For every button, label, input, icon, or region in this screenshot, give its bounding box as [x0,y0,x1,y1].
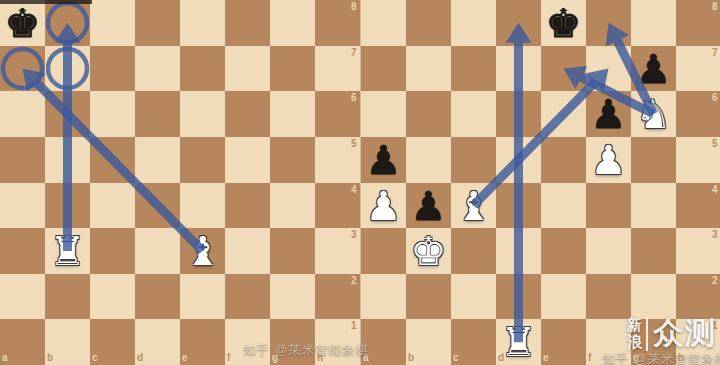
rank-label-5: 5 [712,138,718,149]
file-label-c: c [92,352,98,363]
square-f2[interactable] [586,274,631,320]
file-label-h: h [678,352,684,363]
rank-label-3: 3 [351,229,357,240]
square-d4[interactable] [135,183,180,229]
screenshot-page: abcdefgh87654321♚♜♝ abcdefgh87654321♚♟♟♞… [0,0,720,365]
square-c6[interactable] [90,91,135,137]
square-c2[interactable] [451,274,496,320]
square-a7[interactable] [0,46,45,92]
square-e2[interactable] [541,274,586,320]
square-c7[interactable] [451,46,496,92]
square-g5[interactable] [270,137,315,183]
square-e5[interactable] [541,137,586,183]
square-a2[interactable] [0,274,45,320]
square-f7[interactable] [225,46,270,92]
square-e6[interactable] [180,91,225,137]
square-d7[interactable] [496,46,541,92]
file-label-b: b [47,352,53,363]
square-a6[interactable] [361,91,406,137]
file-label-e: e [543,352,549,363]
square-f3[interactable] [225,228,270,274]
square-g6[interactable] [270,91,315,137]
file-label-b: b [408,352,414,363]
square-f7[interactable] [586,46,631,92]
file-label-g: g [272,352,278,363]
square-c6[interactable] [451,91,496,137]
square-f4[interactable] [225,183,270,229]
white-king-b3[interactable]: ♚ [406,228,451,274]
square-b7[interactable] [45,46,90,92]
square-c3[interactable] [451,228,496,274]
square-e7[interactable] [541,46,586,92]
rank-label-2: 2 [351,275,357,286]
square-b6[interactable] [45,91,90,137]
right-board[interactable]: abcdefgh87654321♚♟♟♞♟♟♟♟♝♚♜ [360,0,720,365]
square-a7[interactable] [361,46,406,92]
rank-label-7: 7 [351,47,357,58]
square-b7[interactable] [406,46,451,92]
rank-label-2: 2 [712,275,718,286]
white-bishop-c4[interactable]: ♝ [451,183,496,229]
file-label-g: g [633,352,639,363]
square-b6[interactable] [406,91,451,137]
square-e8[interactable] [180,0,225,46]
square-b4[interactable] [45,183,90,229]
rank-label-6: 6 [351,92,357,103]
black-pawn-g7[interactable]: ♟ [631,46,676,92]
square-c4[interactable] [90,183,135,229]
square-f5[interactable] [225,137,270,183]
square-g4[interactable] [270,183,315,229]
square-g3[interactable] [270,228,315,274]
square-g2[interactable] [631,274,676,320]
square-b2[interactable] [406,274,451,320]
square-g5[interactable] [631,137,676,183]
square-b8[interactable] [406,0,451,46]
video-crop-artifact [0,0,92,4]
square-g3[interactable] [631,228,676,274]
file-label-h: h [317,352,323,363]
square-f4[interactable] [586,183,631,229]
chess-diagrams: abcdefgh87654321♚♜♝ abcdefgh87654321♚♟♟♞… [0,0,720,365]
rank-label-8: 8 [351,1,357,12]
white-pawn-a4[interactable]: ♟ [361,183,406,229]
rank-label-4: 4 [351,184,357,195]
square-d2[interactable] [135,274,180,320]
square-d4[interactable] [496,183,541,229]
rank-label-3: 3 [712,229,718,240]
square-g8[interactable] [270,0,315,46]
square-f6[interactable] [225,91,270,137]
square-e2[interactable] [180,274,225,320]
square-c5[interactable] [451,137,496,183]
square-c8[interactable] [451,0,496,46]
square-c8[interactable] [90,0,135,46]
rank-label-1: 1 [712,320,718,331]
square-e4[interactable] [541,183,586,229]
square-c2[interactable] [90,274,135,320]
square-b5[interactable] [406,137,451,183]
square-a3[interactable] [361,228,406,274]
square-a3[interactable] [0,228,45,274]
square-d8[interactable] [496,0,541,46]
rank-label-1: 1 [351,320,357,331]
square-f1[interactable] [225,319,270,365]
white-rook-b3[interactable]: ♜ [45,228,90,274]
square-f2[interactable] [225,274,270,320]
square-a2[interactable] [361,274,406,320]
rank-label-4: 4 [712,184,718,195]
square-e5[interactable] [180,137,225,183]
file-label-f: f [227,352,230,363]
square-a8[interactable] [361,0,406,46]
square-a6[interactable] [0,91,45,137]
white-pawn-f5[interactable]: ♟ [586,137,631,183]
white-rook-d1[interactable]: ♜ [496,319,541,365]
black-pawn-b4[interactable]: ♟ [406,183,451,229]
square-e3[interactable] [541,228,586,274]
square-d8[interactable] [135,0,180,46]
rank-label-7: 7 [712,47,718,58]
square-e7[interactable] [180,46,225,92]
square-e4[interactable] [180,183,225,229]
square-f8[interactable] [225,0,270,46]
file-label-f: f [588,352,591,363]
square-e6[interactable] [541,91,586,137]
black-king-a8[interactable]: ♚ [0,0,45,46]
square-d6[interactable] [496,91,541,137]
square-g2[interactable] [270,274,315,320]
square-d2[interactable] [496,274,541,320]
rank-label-6: 6 [712,92,718,103]
file-label-c: c [453,352,459,363]
square-a5[interactable] [0,137,45,183]
left-board[interactable]: abcdefgh87654321♚♜♝ [0,0,360,365]
square-b2[interactable] [45,274,90,320]
square-d5[interactable] [496,137,541,183]
square-d7[interactable] [135,46,180,92]
square-d6[interactable] [135,91,180,137]
white-bishop-e3[interactable]: ♝ [180,228,225,274]
square-b8[interactable] [45,0,90,46]
black-king-e8[interactable]: ♚ [541,0,586,46]
square-a4[interactable] [0,183,45,229]
square-d3[interactable] [135,228,180,274]
square-f1[interactable] [586,319,631,365]
square-g4[interactable] [631,183,676,229]
square-g8[interactable] [631,0,676,46]
rank-label-8: 8 [712,1,718,12]
square-b5[interactable] [45,137,90,183]
square-c7[interactable] [90,46,135,92]
square-d5[interactable] [135,137,180,183]
white-knight-g6[interactable]: ♞ [631,91,676,137]
file-label-a: a [2,352,8,363]
square-f3[interactable] [586,228,631,274]
square-f8[interactable] [586,0,631,46]
square-c5[interactable] [90,137,135,183]
black-pawn-a5[interactable]: ♟ [361,137,406,183]
square-c3[interactable] [90,228,135,274]
file-label-d: d [137,352,143,363]
square-d3[interactable] [496,228,541,274]
black-pawn-f6[interactable]: ♟ [586,91,631,137]
square-g7[interactable] [270,46,315,92]
file-label-e: e [182,352,188,363]
rank-label-5: 5 [351,138,357,149]
file-label-a: a [363,352,369,363]
